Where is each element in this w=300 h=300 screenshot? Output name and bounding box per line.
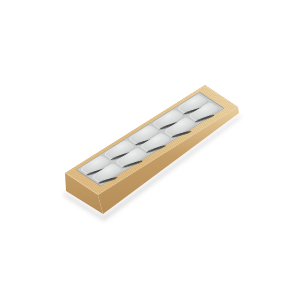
pillow-crease-shadow [195,114,215,123]
pillow-crease-shadow [171,130,192,138]
pillow-crease-shadow [122,160,143,169]
pillow-crease-shadow [98,176,118,184]
pillow-crease-shadow [147,144,167,153]
product-photo-canvas [0,0,300,300]
